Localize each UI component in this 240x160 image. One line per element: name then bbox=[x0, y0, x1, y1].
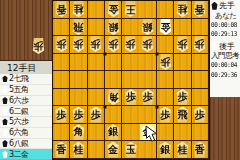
shogi-piece-玉-sente: 玉 bbox=[123, 142, 138, 158]
cell-9-2[interactable] bbox=[53, 19, 70, 37]
right-panel: 先手 あなた 00:00:08 00:29:13 後手 入門思考 00:00:0… bbox=[210, 0, 240, 160]
cell-7-6[interactable] bbox=[88, 89, 105, 107]
cell-2-8[interactable] bbox=[174, 124, 191, 142]
cell-9-6[interactable] bbox=[53, 89, 70, 107]
shogi-piece-銀-gote: 銀 bbox=[106, 19, 121, 35]
move-row[interactable]: 5六歩 bbox=[0, 117, 52, 128]
cell-4-5[interactable] bbox=[140, 71, 157, 89]
cell-2-5[interactable] bbox=[174, 71, 191, 89]
cell-3-4[interactable]: 歩 bbox=[157, 54, 174, 72]
cell-3-2[interactable]: 金 bbox=[157, 19, 174, 37]
sente-name: あなた bbox=[211, 11, 240, 21]
hoshi-dot bbox=[156, 106, 159, 109]
shogi-piece-歩-sente: 歩 bbox=[71, 107, 86, 123]
shogi-piece-歩-gote: 歩 bbox=[106, 36, 121, 52]
cell-1-1[interactable]: 香 bbox=[192, 1, 209, 19]
hoshi-dot bbox=[104, 53, 107, 56]
cell-3-8[interactable] bbox=[157, 124, 174, 142]
cell-7-8[interactable] bbox=[88, 124, 105, 142]
cell-1-4[interactable] bbox=[192, 54, 209, 72]
cell-2-7[interactable]: 飛 bbox=[174, 106, 191, 124]
cell-1-2[interactable] bbox=[192, 19, 209, 37]
cell-2-4[interactable] bbox=[174, 54, 191, 72]
cell-7-9[interactable] bbox=[88, 141, 105, 159]
cell-8-8[interactable]: 角 bbox=[70, 124, 87, 142]
cell-2-3[interactable]: 歩 bbox=[174, 36, 191, 54]
sente-piece-icon bbox=[211, 2, 218, 10]
cell-2-2[interactable] bbox=[174, 19, 191, 37]
shogi-piece-歩-gote: 歩 bbox=[71, 36, 86, 52]
cell-6-6[interactable]: 角 bbox=[105, 89, 122, 107]
shogi-piece-歩-gote: 歩 bbox=[158, 54, 173, 70]
shogi-piece-銀-sente: 銀 bbox=[158, 142, 173, 158]
cell-9-1[interactable]: 香 bbox=[53, 1, 70, 19]
cell-9-4[interactable] bbox=[53, 54, 70, 72]
shogi-piece-歩-sente: 歩 bbox=[123, 89, 138, 105]
cell-9-8[interactable] bbox=[53, 124, 70, 142]
gote-piece-icon bbox=[211, 42, 218, 50]
cell-3-5[interactable] bbox=[157, 71, 174, 89]
gote-name: 入門思考 bbox=[211, 51, 240, 61]
cell-6-8[interactable]: 銀 bbox=[105, 124, 122, 142]
shogi-piece-香-gote: 香 bbox=[192, 1, 207, 17]
cell-2-1[interactable]: 桂 bbox=[174, 1, 191, 19]
shogi-piece-金-gote: 金 bbox=[106, 1, 121, 17]
hand-piece-歩-gote[interactable]: 歩 bbox=[31, 38, 46, 54]
cell-8-5[interactable] bbox=[70, 71, 87, 89]
shogi-piece-銀-sente: 銀 bbox=[106, 124, 121, 140]
shogi-piece-歩-gote: 歩 bbox=[175, 36, 190, 52]
shogi-piece-金-gote: 金 bbox=[158, 19, 173, 35]
cell-5-8[interactable] bbox=[122, 124, 139, 142]
cell-2-6[interactable]: 歩 bbox=[174, 89, 191, 107]
move-text: 3二金 bbox=[9, 149, 29, 160]
cell-5-9[interactable]: 玉 bbox=[122, 141, 139, 159]
shogi-piece-歩-sente: 歩 bbox=[158, 107, 173, 123]
cell-5-7[interactable] bbox=[122, 106, 139, 124]
cell-8-1[interactable]: 桂 bbox=[70, 1, 87, 19]
cell-3-7[interactable]: 歩 bbox=[157, 106, 174, 124]
move-row[interactable]: 6六角 bbox=[0, 128, 52, 139]
cell-3-3[interactable] bbox=[157, 36, 174, 54]
shogi-piece-香-sente: 香 bbox=[54, 142, 69, 158]
cell-3-6[interactable] bbox=[157, 89, 174, 107]
shogi-piece-桂-gote: 桂 bbox=[175, 1, 190, 17]
cell-5-6[interactable]: 歩 bbox=[122, 89, 139, 107]
move-row[interactable]: 6八銀 bbox=[0, 139, 52, 150]
shogi-piece-銀-gote: 銀 bbox=[140, 19, 155, 35]
cell-9-7[interactable]: 歩 bbox=[53, 106, 70, 124]
move-text: 2七飛 bbox=[9, 73, 29, 84]
cell-1-5[interactable] bbox=[192, 71, 209, 89]
cell-3-1[interactable] bbox=[157, 1, 174, 19]
shogi-piece-歩-gote: 歩 bbox=[123, 36, 138, 52]
move-list: 2七飛5五角6六歩6二銀5六歩6六角6八銀3二金 bbox=[0, 74, 52, 160]
cell-1-7[interactable]: 歩 bbox=[192, 106, 209, 124]
shogi-piece-歩-sente: 歩 bbox=[54, 107, 69, 123]
cell-3-9[interactable]: 銀 bbox=[157, 141, 174, 159]
cell-5-2[interactable] bbox=[122, 19, 139, 37]
move-row[interactable]: 6二銀 bbox=[0, 106, 52, 117]
cell-9-9[interactable]: 香 bbox=[53, 141, 70, 159]
move-text: 5六歩 bbox=[9, 116, 29, 127]
move-text: 6六角 bbox=[9, 127, 29, 138]
cell-8-9[interactable]: 桂 bbox=[70, 141, 87, 159]
cell-4-7[interactable] bbox=[140, 106, 157, 124]
cell-4-3[interactable]: 歩 bbox=[140, 36, 157, 54]
shogi-piece-歩-sente: 歩 bbox=[140, 89, 155, 105]
gote-total-clock: 00:29:36 bbox=[211, 71, 238, 81]
cell-9-3[interactable]: 歩 bbox=[53, 36, 70, 54]
cell-7-4[interactable] bbox=[88, 54, 105, 72]
shogi-piece-歩-sente: 歩 bbox=[88, 107, 103, 123]
shogi-piece-歩-sente: 歩 bbox=[192, 107, 207, 123]
shogi-piece-飛-sente: 飛 bbox=[175, 107, 190, 123]
move-counter: 12手目 bbox=[0, 60, 52, 74]
cell-5-1[interactable]: 王 bbox=[122, 1, 139, 19]
cell-4-1[interactable] bbox=[140, 1, 157, 19]
shogi-piece-歩-gote: 歩 bbox=[192, 36, 207, 52]
cell-1-9[interactable]: 香 bbox=[192, 141, 209, 159]
cell-7-3[interactable]: 歩 bbox=[88, 36, 105, 54]
gote-move-mark-icon bbox=[2, 129, 8, 136]
cell-6-1[interactable]: 金 bbox=[105, 1, 122, 19]
gote-move-mark-icon bbox=[2, 151, 8, 158]
move-row[interactable]: 6六歩 bbox=[0, 96, 52, 107]
cell-5-3[interactable]: 歩 bbox=[122, 36, 139, 54]
shogi-piece-桂-sente: 桂 bbox=[71, 142, 86, 158]
sente-move-mark-icon bbox=[2, 97, 8, 104]
sente-move-mark-icon bbox=[2, 75, 8, 82]
cell-4-6[interactable]: 歩 bbox=[140, 89, 157, 107]
cell-8-7[interactable]: 歩 bbox=[70, 106, 87, 124]
cell-4-9[interactable] bbox=[140, 141, 157, 159]
cell-5-4[interactable] bbox=[122, 54, 139, 72]
gote-move-mark-icon bbox=[2, 86, 8, 93]
cell-8-3[interactable]: 歩 bbox=[70, 36, 87, 54]
shogi-piece-飛-gote: 飛 bbox=[71, 19, 86, 35]
shogi-piece-角-gote: 角 bbox=[106, 89, 121, 105]
hand-cursor-icon bbox=[145, 125, 159, 144]
hoshi-dot bbox=[104, 106, 107, 109]
move-row[interactable]: 2七飛 bbox=[0, 74, 52, 85]
player-info-panel: 先手 あなた 00:00:08 00:29:13 後手 入門思考 00:00:0… bbox=[210, 0, 240, 97]
cell-4-4[interactable] bbox=[140, 54, 157, 72]
cell-8-6[interactable] bbox=[70, 89, 87, 107]
sente-header: 先手 bbox=[211, 1, 240, 11]
shogi-piece-角-sente: 角 bbox=[71, 124, 86, 140]
cell-6-4[interactable] bbox=[105, 54, 122, 72]
sente-move-mark-icon bbox=[2, 140, 8, 147]
shogi-piece-桂-gote: 桂 bbox=[71, 1, 86, 17]
cell-1-6[interactable] bbox=[192, 89, 209, 107]
cell-6-3[interactable]: 歩 bbox=[105, 36, 122, 54]
cell-8-4[interactable] bbox=[70, 54, 87, 72]
shogi-piece-香-sente: 香 bbox=[192, 142, 207, 158]
move-text: 6二銀 bbox=[9, 106, 29, 117]
cell-5-5[interactable] bbox=[122, 71, 139, 89]
cell-7-1[interactable] bbox=[88, 1, 105, 19]
shogi-piece-歩-gote: 歩 bbox=[140, 36, 155, 52]
gote-header: 後手 bbox=[211, 42, 240, 52]
gote-move-clock: 00:00:04 bbox=[211, 61, 238, 71]
cell-6-2[interactable]: 銀 bbox=[105, 19, 122, 37]
shogi-piece-香-gote: 香 bbox=[54, 1, 69, 17]
cell-1-3[interactable]: 歩 bbox=[192, 36, 209, 54]
cell-7-5[interactable] bbox=[88, 71, 105, 89]
cell-9-5[interactable] bbox=[53, 71, 70, 89]
gote-captured-tray: 歩 bbox=[31, 38, 46, 54]
sente-captured-tray bbox=[210, 97, 240, 160]
move-text: 5五角 bbox=[9, 84, 29, 95]
cell-2-9[interactable]: 桂 bbox=[174, 141, 191, 159]
move-row[interactable]: 5五角 bbox=[0, 85, 52, 96]
sente-move-clock: 00:00:08 bbox=[211, 21, 238, 31]
cell-1-8[interactable] bbox=[192, 124, 209, 142]
shogi-piece-歩-gote: 歩 bbox=[54, 36, 69, 52]
shogi-game-screen: 歩 12手目 2七飛5五角6六歩6二銀5六歩6六角6八銀3二金 香桂金王桂香飛銀… bbox=[0, 0, 240, 160]
cell-4-2[interactable]: 銀 bbox=[140, 19, 157, 37]
cell-6-9[interactable]: 金 bbox=[105, 141, 122, 159]
left-panel: 歩 12手目 2七飛5五角6六歩6二銀5六歩6六角6八銀3二金 bbox=[0, 0, 52, 160]
gote-move-mark-icon bbox=[2, 108, 8, 115]
move-text: 6六歩 bbox=[9, 95, 29, 106]
hoshi-dot bbox=[156, 53, 159, 56]
shogi-piece-桂-sente: 桂 bbox=[175, 142, 190, 158]
shogi-piece-歩-sente: 歩 bbox=[175, 89, 190, 105]
shogi-piece-歩-gote: 歩 bbox=[88, 36, 103, 52]
shogi-board: 香桂金王桂香飛銀銀金歩歩歩歩歩歩歩歩歩角歩歩歩歩歩歩歩飛歩角銀金香桂金玉銀桂香 bbox=[52, 0, 210, 160]
shogi-piece-金-sente: 金 bbox=[106, 142, 121, 158]
sente-label: 先手 bbox=[219, 0, 235, 11]
sente-move-mark-icon bbox=[2, 118, 8, 125]
shogi-piece-王-gote: 王 bbox=[123, 1, 138, 17]
sente-total-clock: 00:29:13 bbox=[211, 30, 238, 40]
cell-7-7[interactable]: 歩 bbox=[88, 106, 105, 124]
cell-7-2[interactable] bbox=[88, 19, 105, 37]
cell-8-2[interactable]: 飛 bbox=[70, 19, 87, 37]
cell-6-5[interactable] bbox=[105, 71, 122, 89]
cell-6-7[interactable] bbox=[105, 106, 122, 124]
move-row[interactable]: 3二金 bbox=[0, 149, 52, 160]
move-text: 6八銀 bbox=[9, 138, 29, 149]
cell-4-8[interactable]: 金 bbox=[140, 124, 157, 142]
